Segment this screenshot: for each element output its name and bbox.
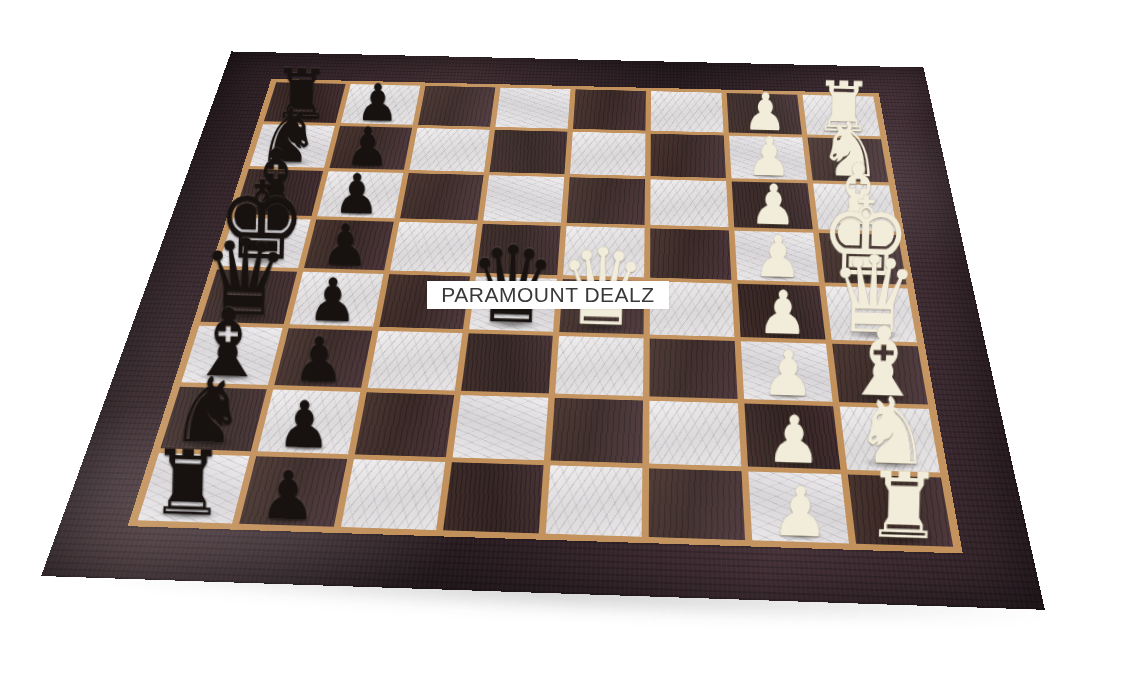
white-piece-glyph: ♟	[761, 343, 815, 404]
square-a4	[546, 465, 643, 536]
square-a8: ♜	[138, 453, 250, 523]
board-field: ♜♟♟♜♞♟♟♞♝♟♟♝♚♟♟♚♛♟♛♛♟♛♝♟♟♝♞♟♟♞♜♟♟♜	[128, 79, 963, 554]
square-b7: ♟	[257, 390, 360, 455]
square-g4	[570, 132, 645, 176]
square-e3	[650, 228, 731, 279]
piece-wR-a1: ♜	[848, 475, 953, 547]
square-c6	[368, 331, 463, 391]
square-e6	[390, 222, 477, 273]
square-a5	[443, 462, 543, 533]
square-a7: ♟	[239, 456, 347, 527]
white-piece-glyph: ♟	[771, 479, 830, 546]
black-piece-glyph: ♟	[307, 271, 358, 329]
watermark-label: PARAMOUNT DEALZ	[427, 281, 669, 309]
piece-bP-a7: ♟	[239, 456, 347, 527]
white-piece-glyph: ♜	[865, 461, 944, 550]
square-h4	[573, 89, 646, 130]
piece-wP-e2: ♟	[735, 231, 819, 283]
scene: ♜♟♟♜♞♟♟♞♝♟♟♝♚♟♟♚♛♟♛♛♟♛♝♟♟♝♞♟♟♞♜♟♟♜	[0, 0, 1140, 684]
black-piece-glyph: ♜	[150, 439, 227, 527]
square-a1: ♜	[848, 475, 953, 547]
square-h6	[418, 86, 495, 127]
square-a2: ♟	[748, 471, 849, 543]
square-e7: ♟	[304, 220, 394, 271]
square-g6	[409, 128, 489, 172]
page-background: { "game": "chess", "scene": "Angled prod…	[0, 0, 1140, 684]
piece-bR-a8: ♜	[138, 453, 250, 523]
square-b6	[355, 392, 454, 457]
square-h5	[495, 88, 570, 129]
square-b4	[551, 398, 643, 463]
white-piece-glyph: ♟	[757, 284, 809, 342]
black-piece-glyph: ♟	[259, 463, 317, 529]
piece-wP-b2: ♟	[744, 404, 840, 470]
white-piece-glyph: ♟	[766, 408, 823, 472]
square-e2: ♟	[735, 231, 819, 283]
square-g3	[651, 134, 726, 178]
piece-bP-e7: ♟	[304, 220, 394, 271]
piece-wP-d2: ♟	[738, 284, 826, 340]
piece-bP-d7: ♟	[290, 272, 384, 327]
square-h3	[651, 91, 724, 132]
square-a3	[649, 468, 745, 540]
black-piece-glyph: ♟	[277, 393, 332, 456]
piece-bP-b7: ♟	[257, 390, 360, 455]
chess-board: ♜♟♟♜♞♟♟♞♝♟♟♝♚♟♟♚♛♟♛♛♟♛♝♟♟♝♞♟♟♞♜♟♟♜	[41, 51, 1045, 609]
black-piece-glyph: ♟	[293, 330, 346, 390]
square-b5	[453, 395, 549, 460]
square-c3	[649, 339, 737, 399]
square-d7: ♟	[290, 272, 384, 327]
square-d2: ♟	[738, 284, 826, 340]
square-b3	[649, 401, 741, 467]
piece-wP-a2: ♟	[748, 471, 849, 543]
square-b2: ♟	[744, 404, 840, 470]
square-a6	[341, 459, 445, 530]
